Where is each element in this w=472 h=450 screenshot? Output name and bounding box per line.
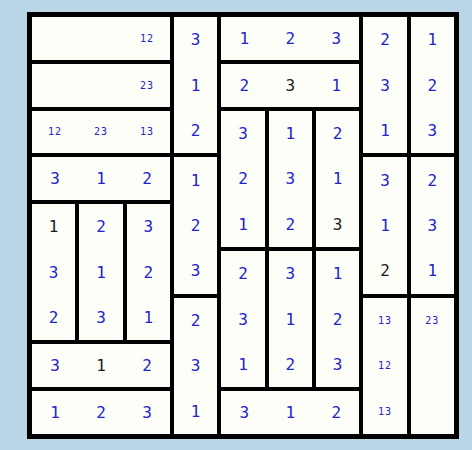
cell-r4c6[interactable]: 3 bbox=[269, 156, 312, 201]
cage-vertical-r3c7: 213 bbox=[316, 111, 359, 247]
cage-horizontal-r4c1: 312 bbox=[32, 157, 170, 200]
cage-vertical-r3c5: 321 bbox=[221, 111, 264, 247]
cell-r6c8-given[interactable]: 2 bbox=[363, 248, 406, 293]
cage-vertical-r1c9: 123 bbox=[411, 17, 454, 153]
cell-r8c7[interactable]: 3 bbox=[316, 342, 359, 387]
cell-r1c9[interactable]: 1 bbox=[411, 17, 454, 62]
cell-r1c3-pencil-marks[interactable]: 12 bbox=[124, 17, 170, 60]
cell-r6c7[interactable]: 1 bbox=[316, 251, 359, 296]
cage-vertical-r3c6: 132 bbox=[269, 111, 312, 247]
cage-horizontal-r1c1: 12 bbox=[32, 17, 170, 60]
cell-r5c4[interactable]: 2 bbox=[174, 203, 217, 248]
cage-vertical-r4c9: 231 bbox=[411, 157, 454, 293]
cell-r9c8-pencil-marks[interactable]: 13 bbox=[363, 389, 406, 434]
cell-r9c7[interactable]: 2 bbox=[313, 391, 359, 434]
cage-vertical-r4c8: 312 bbox=[363, 157, 406, 293]
cell-r6c6[interactable]: 3 bbox=[269, 251, 312, 296]
cell-r4c7[interactable]: 1 bbox=[316, 156, 359, 201]
cell-r8c9[interactable] bbox=[411, 343, 454, 388]
cage-vertical-r5c2: 213 bbox=[79, 204, 122, 340]
cage-horizontal-r9c5: 312 bbox=[221, 391, 359, 434]
cell-r7c3[interactable]: 1 bbox=[127, 295, 170, 340]
cell-r7c8-pencil-marks[interactable]: 13 bbox=[363, 298, 406, 343]
cage-vertical-r6c6: 312 bbox=[269, 251, 312, 387]
cell-r2c3-pencil-marks[interactable]: 23 bbox=[124, 64, 170, 107]
cell-r3c3-pencil-marks[interactable]: 13 bbox=[124, 111, 170, 154]
cell-r7c4[interactable]: 2 bbox=[174, 298, 217, 343]
cell-r9c6[interactable]: 1 bbox=[267, 391, 313, 434]
cell-r1c4[interactable]: 3 bbox=[174, 17, 217, 62]
cage-vertical-r6c5: 231 bbox=[221, 251, 264, 387]
cell-r1c7[interactable]: 3 bbox=[313, 17, 359, 60]
cell-r8c2-given[interactable]: 1 bbox=[78, 344, 124, 387]
cell-r6c1[interactable]: 3 bbox=[32, 250, 75, 295]
cell-r6c4[interactable]: 3 bbox=[174, 248, 217, 293]
cell-r4c1[interactable]: 3 bbox=[32, 157, 78, 200]
cell-r8c8-pencil-marks[interactable]: 12 bbox=[363, 343, 406, 388]
cell-r3c4[interactable]: 2 bbox=[174, 108, 217, 153]
cell-r5c8[interactable]: 1 bbox=[363, 203, 406, 248]
cell-r2c8[interactable]: 3 bbox=[363, 62, 406, 107]
cell-r1c8[interactable]: 2 bbox=[363, 17, 406, 62]
cell-r2c9[interactable]: 2 bbox=[411, 62, 454, 107]
cell-r3c2-pencil-marks[interactable]: 23 bbox=[78, 111, 124, 154]
cell-r3c9[interactable]: 3 bbox=[411, 108, 454, 153]
cell-r8c4[interactable]: 3 bbox=[174, 343, 217, 388]
cell-r9c9[interactable] bbox=[411, 389, 454, 434]
cage-horizontal-r9c1: 123 bbox=[32, 391, 170, 434]
page-background: { "game": "one-two-three tromino puzzle … bbox=[0, 0, 472, 450]
cell-r5c7-given[interactable]: 3 bbox=[316, 201, 359, 246]
cell-r7c5[interactable]: 3 bbox=[221, 296, 264, 341]
cell-r9c5[interactable]: 3 bbox=[221, 391, 267, 434]
cell-r4c3[interactable]: 2 bbox=[124, 157, 170, 200]
cell-r2c4[interactable]: 1 bbox=[174, 62, 217, 107]
cell-r2c6-given[interactable]: 3 bbox=[267, 64, 313, 107]
cell-r2c2[interactable] bbox=[78, 64, 124, 107]
cell-r4c4[interactable]: 1 bbox=[174, 157, 217, 202]
cell-r5c1-given[interactable]: 1 bbox=[32, 204, 75, 249]
cell-r9c3[interactable]: 3 bbox=[124, 391, 170, 434]
cell-r7c1[interactable]: 2 bbox=[32, 295, 75, 340]
cell-r7c7[interactable]: 2 bbox=[316, 296, 359, 341]
cell-r6c2[interactable]: 1 bbox=[79, 250, 122, 295]
cell-r4c9[interactable]: 2 bbox=[411, 157, 454, 202]
cell-r7c9-pencil-marks[interactable]: 23 bbox=[411, 298, 454, 343]
cell-r4c5[interactable]: 2 bbox=[221, 156, 264, 201]
cell-r7c6[interactable]: 1 bbox=[269, 296, 312, 341]
cell-r1c1[interactable] bbox=[32, 17, 78, 60]
cell-r8c1[interactable]: 3 bbox=[32, 344, 78, 387]
cell-r2c5[interactable]: 2 bbox=[221, 64, 267, 107]
cell-r9c4[interactable]: 1 bbox=[174, 389, 217, 434]
cell-r8c3[interactable]: 2 bbox=[124, 344, 170, 387]
cell-r5c9[interactable]: 3 bbox=[411, 203, 454, 248]
cell-r6c9[interactable]: 1 bbox=[411, 248, 454, 293]
cell-r5c5[interactable]: 1 bbox=[221, 201, 264, 246]
cell-r3c5[interactable]: 3 bbox=[221, 111, 264, 156]
cage-vertical-r4c4: 123 bbox=[174, 157, 217, 293]
cell-r3c8[interactable]: 1 bbox=[363, 108, 406, 153]
cage-vertical-r5c1: 132 bbox=[32, 204, 75, 340]
cell-r3c1-pencil-marks[interactable]: 12 bbox=[32, 111, 78, 154]
cell-r4c2[interactable]: 1 bbox=[78, 157, 124, 200]
puzzle-board: 1223122313312132213321312123312123231123… bbox=[27, 12, 459, 439]
cage-horizontal-r2c1: 23 bbox=[32, 64, 170, 107]
cell-r8c5[interactable]: 1 bbox=[221, 342, 264, 387]
cell-r1c2[interactable] bbox=[78, 17, 124, 60]
cage-vertical-r1c4: 312 bbox=[174, 17, 217, 153]
cage-vertical-r7c9: 23 bbox=[411, 298, 454, 434]
cage-horizontal-r1c5: 123 bbox=[221, 17, 359, 60]
cell-r9c2[interactable]: 2 bbox=[78, 391, 124, 434]
cell-r5c3[interactable]: 3 bbox=[127, 204, 170, 249]
cell-r5c6[interactable]: 2 bbox=[269, 201, 312, 246]
cage-vertical-r7c8: 131213 bbox=[363, 298, 406, 434]
cage-vertical-r5c3: 321 bbox=[127, 204, 170, 340]
cell-r3c7[interactable]: 2 bbox=[316, 111, 359, 156]
cell-r3c6[interactable]: 1 bbox=[269, 111, 312, 156]
cage-vertical-r6c7: 123 bbox=[316, 251, 359, 387]
cell-r6c5[interactable]: 2 bbox=[221, 251, 264, 296]
cage-horizontal-r8c1: 312 bbox=[32, 344, 170, 387]
cage-vertical-r7c4: 231 bbox=[174, 298, 217, 434]
cage-horizontal-r3c1: 122313 bbox=[32, 111, 170, 154]
cell-r8c6[interactable]: 2 bbox=[269, 342, 312, 387]
cage-vertical-r1c8: 231 bbox=[363, 17, 406, 153]
cage-horizontal-r2c5: 231 bbox=[221, 64, 359, 107]
cell-r2c1[interactable] bbox=[32, 64, 78, 107]
cell-r2c7[interactable]: 1 bbox=[313, 64, 359, 107]
cell-r1c6[interactable]: 2 bbox=[267, 17, 313, 60]
cell-r4c8[interactable]: 3 bbox=[363, 157, 406, 202]
cell-r9c1[interactable]: 1 bbox=[32, 391, 78, 434]
cell-r6c3[interactable]: 2 bbox=[127, 250, 170, 295]
cell-r5c2[interactable]: 2 bbox=[79, 204, 122, 249]
cell-r7c2[interactable]: 3 bbox=[79, 295, 122, 340]
cell-r1c5[interactable]: 1 bbox=[221, 17, 267, 60]
